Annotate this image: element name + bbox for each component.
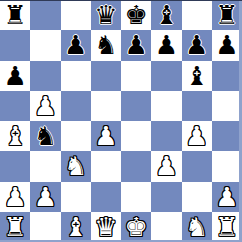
square-e5[interactable] xyxy=(121,91,151,121)
piece-black-pawn[interactable]: ♟ xyxy=(215,32,238,58)
square-h1[interactable]: ♜ xyxy=(212,212,242,242)
piece-white-queen[interactable]: ♛ xyxy=(94,214,117,240)
square-a6[interactable]: ♟ xyxy=(0,61,30,91)
square-g1[interactable]: ♞ xyxy=(182,212,212,242)
piece-black-pawn[interactable]: ♟ xyxy=(3,63,26,89)
square-c1[interactable]: ♝ xyxy=(61,212,91,242)
square-a3[interactable] xyxy=(0,151,30,181)
piece-white-knight[interactable]: ♞ xyxy=(64,153,87,179)
square-g5[interactable] xyxy=(182,91,212,121)
square-f3[interactable]: ♟ xyxy=(151,151,181,181)
square-f1[interactable] xyxy=(151,212,181,242)
square-g2[interactable] xyxy=(182,182,212,212)
piece-black-pawn[interactable]: ♟ xyxy=(124,32,147,58)
piece-black-rook[interactable]: ♜ xyxy=(215,2,238,28)
square-e7[interactable]: ♟ xyxy=(121,30,151,60)
square-h3[interactable] xyxy=(212,151,242,181)
square-h2[interactable]: ♟ xyxy=(212,182,242,212)
piece-white-pawn[interactable]: ♟ xyxy=(215,184,238,210)
square-e4[interactable] xyxy=(121,121,151,151)
square-e6[interactable] xyxy=(121,61,151,91)
square-d3[interactable] xyxy=(91,151,121,181)
piece-white-king[interactable]: ♚ xyxy=(124,214,147,240)
square-f4[interactable] xyxy=(151,121,181,151)
square-d7[interactable]: ♞ xyxy=(91,30,121,60)
square-a7[interactable] xyxy=(0,30,30,60)
piece-white-knight[interactable]: ♞ xyxy=(185,214,208,240)
square-e2[interactable] xyxy=(121,182,151,212)
square-b5[interactable]: ♟ xyxy=(30,91,60,121)
square-a5[interactable] xyxy=(0,91,30,121)
piece-white-pawn[interactable]: ♟ xyxy=(34,93,57,119)
square-g6[interactable]: ♝ xyxy=(182,61,212,91)
square-d2[interactable] xyxy=(91,182,121,212)
square-f2[interactable] xyxy=(151,182,181,212)
square-g8[interactable] xyxy=(182,0,212,30)
square-c5[interactable] xyxy=(61,91,91,121)
piece-black-queen[interactable]: ♛ xyxy=(94,2,117,28)
square-b2[interactable]: ♟ xyxy=(30,182,60,212)
piece-black-bishop[interactable]: ♝ xyxy=(185,63,208,89)
square-h5[interactable] xyxy=(212,91,242,121)
square-d1[interactable]: ♛ xyxy=(91,212,121,242)
square-f8[interactable]: ♝ xyxy=(151,0,181,30)
square-e3[interactable] xyxy=(121,151,151,181)
square-b6[interactable] xyxy=(30,61,60,91)
piece-white-pawn[interactable]: ♟ xyxy=(94,123,117,149)
piece-white-pawn[interactable]: ♟ xyxy=(155,153,178,179)
square-a2[interactable]: ♟ xyxy=(0,182,30,212)
square-e8[interactable]: ♚ xyxy=(121,0,151,30)
square-h7[interactable]: ♟ xyxy=(212,30,242,60)
square-g4[interactable]: ♟ xyxy=(182,121,212,151)
square-b8[interactable] xyxy=(30,0,60,30)
square-c4[interactable] xyxy=(61,121,91,151)
square-d8[interactable]: ♛ xyxy=(91,0,121,30)
square-b7[interactable] xyxy=(30,30,60,60)
square-c7[interactable]: ♟ xyxy=(61,30,91,60)
square-e1[interactable]: ♚ xyxy=(121,212,151,242)
square-b3[interactable] xyxy=(30,151,60,181)
square-b1[interactable] xyxy=(30,212,60,242)
square-h8[interactable]: ♜ xyxy=(212,0,242,30)
square-d4[interactable]: ♟ xyxy=(91,121,121,151)
piece-black-knight[interactable]: ♞ xyxy=(34,123,57,149)
square-c6[interactable] xyxy=(61,61,91,91)
piece-black-rook[interactable]: ♜ xyxy=(3,2,26,28)
square-f5[interactable] xyxy=(151,91,181,121)
square-a8[interactable]: ♜ xyxy=(0,0,30,30)
piece-white-pawn[interactable]: ♟ xyxy=(34,184,57,210)
piece-black-pawn[interactable]: ♟ xyxy=(64,32,87,58)
piece-white-pawn[interactable]: ♟ xyxy=(185,123,208,149)
square-g3[interactable] xyxy=(182,151,212,181)
square-b4[interactable]: ♞ xyxy=(30,121,60,151)
piece-white-bishop[interactable]: ♝ xyxy=(64,214,87,240)
piece-white-pawn[interactable]: ♟ xyxy=(3,184,26,210)
piece-white-rook[interactable]: ♜ xyxy=(215,214,238,240)
square-c2[interactable] xyxy=(61,182,91,212)
square-c3[interactable]: ♞ xyxy=(61,151,91,181)
square-h4[interactable] xyxy=(212,121,242,151)
square-a4[interactable]: ♝ xyxy=(0,121,30,151)
piece-black-bishop[interactable]: ♝ xyxy=(155,2,178,28)
square-h6[interactable] xyxy=(212,61,242,91)
square-f6[interactable] xyxy=(151,61,181,91)
piece-white-rook[interactable]: ♜ xyxy=(3,214,26,240)
square-a1[interactable]: ♜ xyxy=(0,212,30,242)
square-f7[interactable]: ♟ xyxy=(151,30,181,60)
piece-white-bishop[interactable]: ♝ xyxy=(3,123,26,149)
piece-black-knight[interactable]: ♞ xyxy=(94,32,117,58)
piece-black-king[interactable]: ♚ xyxy=(124,2,147,28)
square-g7[interactable]: ♟ xyxy=(182,30,212,60)
piece-black-pawn[interactable]: ♟ xyxy=(155,32,178,58)
piece-black-pawn[interactable]: ♟ xyxy=(185,32,208,58)
chess-board: ♜♛♚♝♜♟♞♟♟♟♟♟♝♟♝♞♟♟♞♟♟♟♟♜♝♛♚♞♜ xyxy=(0,0,242,242)
square-d6[interactable] xyxy=(91,61,121,91)
square-c8[interactable] xyxy=(61,0,91,30)
square-d5[interactable] xyxy=(91,91,121,121)
